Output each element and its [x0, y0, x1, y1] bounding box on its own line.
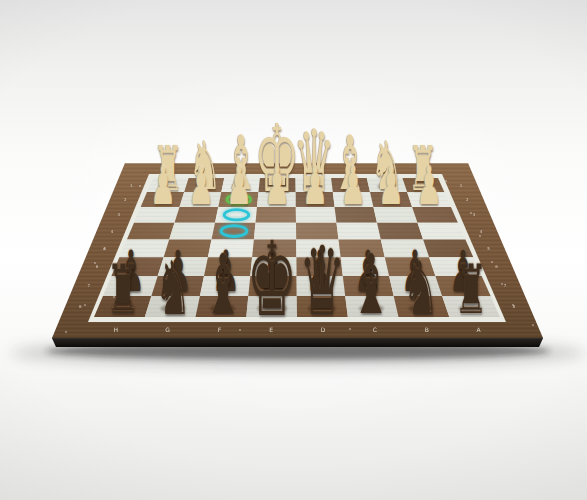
file-label-b: B — [425, 326, 429, 333]
wood-speck — [94, 262, 96, 264]
file-label-g: G — [165, 326, 170, 333]
wood-speck — [103, 248, 105, 250]
file-label-d: D — [321, 326, 326, 333]
wood-speck — [470, 212, 472, 214]
rank-marker-right-1: 1 — [460, 183, 463, 188]
wood-speck — [479, 235, 481, 237]
wood-speck — [445, 180, 447, 182]
rank-marker-left-7: 7 — [88, 283, 91, 288]
rank-marker-left-1: 1 — [130, 183, 133, 188]
rank-marker-left-8: 8 — [79, 304, 82, 309]
file-label-f: F — [218, 326, 222, 333]
rank-marker-right-3: 3 — [473, 212, 476, 217]
product-photo-scene: HGFEDCBA1122334455667788 ♜♞♝♛♚♝♞♜♟♟♟♟♟♟♟… — [0, 0, 587, 500]
wood-speck — [84, 304, 86, 306]
wood-speck — [501, 283, 503, 285]
board-edge — [52, 338, 543, 347]
file-label-h: H — [113, 326, 118, 333]
wood-speck — [491, 261, 493, 263]
chessboard: HGFEDCBA1122334455667788 — [0, 0, 587, 500]
rank-marker-left-4: 4 — [111, 229, 114, 234]
wood-speck — [532, 324, 534, 326]
rank-marker-right-2: 2 — [466, 197, 469, 202]
wood-speck — [113, 296, 115, 298]
wood-speck — [239, 329, 241, 331]
wood-speck — [349, 328, 351, 330]
rank-marker-left-3: 3 — [117, 212, 120, 217]
grid-grain — [94, 178, 500, 317]
wood-speck — [512, 304, 514, 306]
playing-grid — [94, 178, 500, 317]
wood-speck — [65, 331, 67, 333]
file-label-c: C — [373, 326, 377, 333]
rank-marker-left-6: 6 — [96, 264, 99, 269]
file-label-e: E — [269, 326, 273, 333]
rank-marker-left-2: 2 — [124, 197, 127, 202]
wood-speck — [139, 185, 141, 187]
